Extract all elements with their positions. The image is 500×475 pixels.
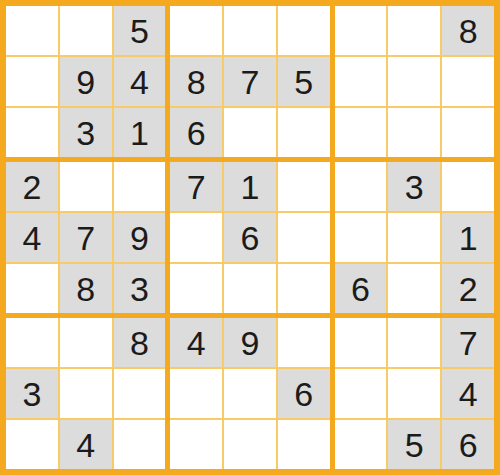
cell-r9c3[interactable] — [114, 420, 166, 469]
cell-r3c1[interactable] — [6, 108, 58, 157]
cell-r7c8[interactable] — [388, 318, 440, 367]
cell-r1c2[interactable] — [60, 6, 112, 55]
cell-r9c8: 5 — [388, 420, 440, 469]
cell-r5c7[interactable] — [335, 213, 387, 262]
box-3-3: 7456 — [335, 318, 494, 469]
cell-r6c9: 2 — [442, 264, 494, 313]
box-3-2: 496 — [170, 318, 329, 469]
cell-r7c7[interactable] — [335, 318, 387, 367]
cell-r1c5[interactable] — [224, 6, 276, 55]
cell-r2c1[interactable] — [6, 57, 58, 106]
cell-r1c6[interactable] — [278, 6, 330, 55]
cell-r9c2: 4 — [60, 420, 112, 469]
box-2-1: 247983 — [6, 162, 165, 313]
cell-r8c1: 3 — [6, 369, 58, 418]
cell-r3c4: 6 — [170, 108, 222, 157]
cell-r6c1[interactable] — [6, 264, 58, 313]
cell-r8c2[interactable] — [60, 369, 112, 418]
box-2-2: 716 — [170, 162, 329, 313]
cell-r3c8[interactable] — [388, 108, 440, 157]
cell-r2c2: 9 — [60, 57, 112, 106]
cell-r4c4: 7 — [170, 162, 222, 211]
cell-r8c6: 6 — [278, 369, 330, 418]
cell-r7c2[interactable] — [60, 318, 112, 367]
cell-r6c2: 8 — [60, 264, 112, 313]
cell-r3c5[interactable] — [224, 108, 276, 157]
cell-r9c4[interactable] — [170, 420, 222, 469]
cell-r8c5[interactable] — [224, 369, 276, 418]
cell-r8c9: 4 — [442, 369, 494, 418]
cell-r7c1[interactable] — [6, 318, 58, 367]
cell-r5c4[interactable] — [170, 213, 222, 262]
cell-r7c9: 7 — [442, 318, 494, 367]
box-2-3: 3162 — [335, 162, 494, 313]
cell-r6c7: 6 — [335, 264, 387, 313]
cell-r6c3: 3 — [114, 264, 166, 313]
cell-r4c6[interactable] — [278, 162, 330, 211]
cell-r4c3[interactable] — [114, 162, 166, 211]
cell-r9c5[interactable] — [224, 420, 276, 469]
cell-r7c4: 4 — [170, 318, 222, 367]
cell-r4c7[interactable] — [335, 162, 387, 211]
cell-r1c9: 8 — [442, 6, 494, 55]
cell-r7c3: 8 — [114, 318, 166, 367]
cell-r6c4[interactable] — [170, 264, 222, 313]
cell-r5c8[interactable] — [388, 213, 440, 262]
box-1-3: 8 — [335, 6, 494, 157]
cell-r7c5: 9 — [224, 318, 276, 367]
cell-r9c6[interactable] — [278, 420, 330, 469]
sudoku-board: 594318756824798371631628344967456 — [0, 0, 500, 475]
cell-r3c6[interactable] — [278, 108, 330, 157]
cell-r4c1: 2 — [6, 162, 58, 211]
cell-r4c5: 1 — [224, 162, 276, 211]
cell-r8c7[interactable] — [335, 369, 387, 418]
box-1-2: 8756 — [170, 6, 329, 157]
cell-r2c7[interactable] — [335, 57, 387, 106]
cell-r2c3: 4 — [114, 57, 166, 106]
cell-r8c3[interactable] — [114, 369, 166, 418]
cell-r2c5: 7 — [224, 57, 276, 106]
cell-r6c5[interactable] — [224, 264, 276, 313]
cell-r5c2: 7 — [60, 213, 112, 262]
cell-r5c6[interactable] — [278, 213, 330, 262]
cell-r3c2: 3 — [60, 108, 112, 157]
cell-r2c6: 5 — [278, 57, 330, 106]
cell-r4c2[interactable] — [60, 162, 112, 211]
cell-r9c1[interactable] — [6, 420, 58, 469]
cell-r9c9: 6 — [442, 420, 494, 469]
cell-r1c4[interactable] — [170, 6, 222, 55]
cell-r3c9[interactable] — [442, 108, 494, 157]
cell-r6c8[interactable] — [388, 264, 440, 313]
cell-r7c6[interactable] — [278, 318, 330, 367]
cell-r2c4: 8 — [170, 57, 222, 106]
cell-r1c7[interactable] — [335, 6, 387, 55]
cell-r1c1[interactable] — [6, 6, 58, 55]
cell-r4c9[interactable] — [442, 162, 494, 211]
cell-r5c5: 6 — [224, 213, 276, 262]
cell-r4c8: 3 — [388, 162, 440, 211]
cell-r9c7[interactable] — [335, 420, 387, 469]
cell-r2c9[interactable] — [442, 57, 494, 106]
cell-r1c8[interactable] — [388, 6, 440, 55]
cell-r8c8[interactable] — [388, 369, 440, 418]
cell-r6c6[interactable] — [278, 264, 330, 313]
cell-r2c8[interactable] — [388, 57, 440, 106]
cell-r5c3: 9 — [114, 213, 166, 262]
cell-r5c1: 4 — [6, 213, 58, 262]
cell-r5c9: 1 — [442, 213, 494, 262]
box-1-1: 59431 — [6, 6, 165, 157]
cell-r3c7[interactable] — [335, 108, 387, 157]
cell-r8c4[interactable] — [170, 369, 222, 418]
cell-r1c3: 5 — [114, 6, 166, 55]
box-3-1: 834 — [6, 318, 165, 469]
cell-r3c3: 1 — [114, 108, 166, 157]
